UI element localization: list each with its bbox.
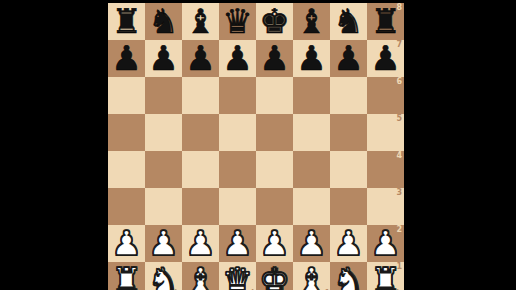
piece-white-pawn[interactable]: ♟ [111, 226, 141, 260]
piece-black-pawn[interactable]: ♟ [185, 41, 215, 75]
square-h6[interactable]: 6 [367, 77, 404, 114]
piece-white-bishop[interactable]: ♝ [296, 263, 326, 290]
square-e2[interactable]: ♟ [256, 225, 293, 262]
square-e1[interactable]: ♚e [256, 262, 293, 290]
square-c8[interactable]: ♝ [182, 3, 219, 40]
video-frame-letterbox: ♜♞♝♛♚♝♞♜8♟♟♟♟♟♟♟♟76543♟♟♟♟♟♟♟♟2♜a♞b♝c♛d♚… [0, 0, 516, 290]
square-d2[interactable]: ♟ [219, 225, 256, 262]
square-c3[interactable] [182, 188, 219, 225]
square-b7[interactable]: ♟ [145, 40, 182, 77]
square-b8[interactable]: ♞ [145, 3, 182, 40]
piece-black-king[interactable]: ♚ [259, 4, 289, 38]
square-e7[interactable]: ♟ [256, 40, 293, 77]
square-e6[interactable] [256, 77, 293, 114]
square-f1[interactable]: ♝f [293, 262, 330, 290]
square-h7[interactable]: ♟7 [367, 40, 404, 77]
square-b5[interactable] [145, 114, 182, 151]
square-a3[interactable] [108, 188, 145, 225]
piece-black-rook[interactable]: ♜ [370, 4, 400, 38]
rank-label-6: 6 [396, 78, 402, 86]
square-b3[interactable] [145, 188, 182, 225]
piece-white-pawn[interactable]: ♟ [148, 226, 178, 260]
piece-white-knight[interactable]: ♞ [148, 263, 178, 290]
square-d8[interactable]: ♛ [219, 3, 256, 40]
piece-white-pawn[interactable]: ♟ [333, 226, 363, 260]
square-c5[interactable] [182, 114, 219, 151]
square-g8[interactable]: ♞ [330, 3, 367, 40]
piece-black-bishop[interactable]: ♝ [185, 4, 215, 38]
piece-black-pawn[interactable]: ♟ [148, 41, 178, 75]
piece-white-rook[interactable]: ♜ [111, 263, 141, 290]
rank-label-3: 3 [396, 189, 402, 197]
square-e3[interactable] [256, 188, 293, 225]
square-a6[interactable] [108, 77, 145, 114]
square-c1[interactable]: ♝c [182, 262, 219, 290]
piece-white-king[interactable]: ♚ [259, 263, 289, 290]
square-g3[interactable] [330, 188, 367, 225]
piece-white-rook[interactable]: ♜ [370, 263, 400, 290]
piece-white-pawn[interactable]: ♟ [370, 226, 400, 260]
square-a7[interactable]: ♟ [108, 40, 145, 77]
piece-black-pawn[interactable]: ♟ [259, 41, 289, 75]
piece-black-bishop[interactable]: ♝ [296, 4, 326, 38]
piece-black-pawn[interactable]: ♟ [370, 41, 400, 75]
square-g5[interactable] [330, 114, 367, 151]
piece-white-pawn[interactable]: ♟ [259, 226, 289, 260]
square-b6[interactable] [145, 77, 182, 114]
square-d6[interactable] [219, 77, 256, 114]
square-a2[interactable]: ♟ [108, 225, 145, 262]
rank-label-5: 5 [396, 115, 402, 123]
square-g1[interactable]: ♞g [330, 262, 367, 290]
square-d1[interactable]: ♛d [219, 262, 256, 290]
square-f4[interactable] [293, 151, 330, 188]
piece-black-queen[interactable]: ♛ [222, 4, 252, 38]
piece-white-pawn[interactable]: ♟ [222, 226, 252, 260]
square-f3[interactable] [293, 188, 330, 225]
square-d5[interactable] [219, 114, 256, 151]
square-b2[interactable]: ♟ [145, 225, 182, 262]
piece-white-pawn[interactable]: ♟ [185, 226, 215, 260]
piece-black-pawn[interactable]: ♟ [111, 41, 141, 75]
square-a4[interactable] [108, 151, 145, 188]
square-g6[interactable] [330, 77, 367, 114]
square-f2[interactable]: ♟ [293, 225, 330, 262]
square-c6[interactable] [182, 77, 219, 114]
piece-black-knight[interactable]: ♞ [333, 4, 363, 38]
piece-white-pawn[interactable]: ♟ [296, 226, 326, 260]
square-c2[interactable]: ♟ [182, 225, 219, 262]
square-g7[interactable]: ♟ [330, 40, 367, 77]
piece-white-queen[interactable]: ♛ [222, 263, 252, 290]
square-g4[interactable] [330, 151, 367, 188]
square-a1[interactable]: ♜a [108, 262, 145, 290]
square-e8[interactable]: ♚ [256, 3, 293, 40]
square-h1[interactable]: ♜1h [367, 262, 404, 290]
square-b4[interactable] [145, 151, 182, 188]
piece-white-bishop[interactable]: ♝ [185, 263, 215, 290]
piece-black-rook[interactable]: ♜ [111, 4, 141, 38]
square-f8[interactable]: ♝ [293, 3, 330, 40]
square-h2[interactable]: ♟2 [367, 225, 404, 262]
square-h4[interactable]: 4 [367, 151, 404, 188]
square-c7[interactable]: ♟ [182, 40, 219, 77]
square-d3[interactable] [219, 188, 256, 225]
square-e4[interactable] [256, 151, 293, 188]
piece-black-pawn[interactable]: ♟ [333, 41, 363, 75]
square-e5[interactable] [256, 114, 293, 151]
square-h3[interactable]: 3 [367, 188, 404, 225]
square-h5[interactable]: 5 [367, 114, 404, 151]
square-d4[interactable] [219, 151, 256, 188]
square-b1[interactable]: ♞b [145, 262, 182, 290]
piece-black-pawn[interactable]: ♟ [222, 41, 252, 75]
chess-board[interactable]: ♜♞♝♛♚♝♞♜8♟♟♟♟♟♟♟♟76543♟♟♟♟♟♟♟♟2♜a♞b♝c♛d♚… [108, 3, 404, 290]
piece-black-pawn[interactable]: ♟ [296, 41, 326, 75]
square-a5[interactable] [108, 114, 145, 151]
square-c4[interactable] [182, 151, 219, 188]
piece-white-knight[interactable]: ♞ [333, 263, 363, 290]
square-f6[interactable] [293, 77, 330, 114]
square-f7[interactable]: ♟ [293, 40, 330, 77]
square-g2[interactable]: ♟ [330, 225, 367, 262]
square-a8[interactable]: ♜ [108, 3, 145, 40]
square-f5[interactable] [293, 114, 330, 151]
square-h8[interactable]: ♜8 [367, 3, 404, 40]
piece-black-knight[interactable]: ♞ [148, 4, 178, 38]
square-d7[interactable]: ♟ [219, 40, 256, 77]
rank-label-4: 4 [396, 152, 402, 160]
